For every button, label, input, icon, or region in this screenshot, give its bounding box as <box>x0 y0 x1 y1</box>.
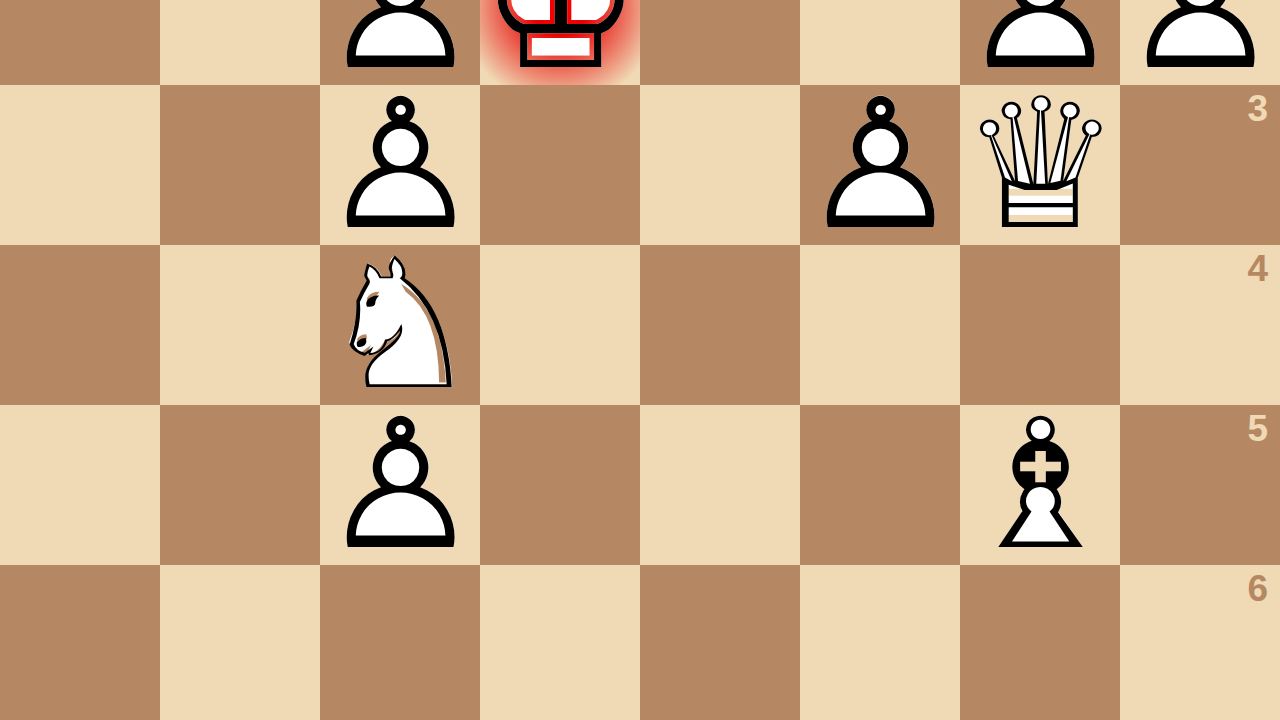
square-c4[interactable] <box>800 245 960 405</box>
square-h3[interactable] <box>0 85 160 245</box>
pawn-glyph-outline: ♙ <box>320 405 480 565</box>
square-a4[interactable]: 4 <box>1120 245 1280 405</box>
square-e2[interactable]: ♚♔ <box>480 0 640 85</box>
square-d2[interactable] <box>640 0 800 85</box>
square-g5[interactable] <box>160 405 320 565</box>
square-g4[interactable] <box>160 245 320 405</box>
rank-label-3: 3 <box>1247 89 1268 130</box>
white-pawn-f5[interactable]: ♟♙ <box>320 405 480 565</box>
square-a3[interactable]: 3 <box>1120 85 1280 245</box>
white-queen-b3[interactable]: ♛♕ <box>960 85 1120 245</box>
square-f5[interactable]: ♟♙ <box>320 405 480 565</box>
rank-label-5: 5 <box>1247 409 1268 450</box>
pawn-glyph-outline: ♙ <box>1120 0 1280 85</box>
square-g2[interactable] <box>160 0 320 85</box>
square-g6[interactable] <box>160 565 320 720</box>
rank-label-4: 4 <box>1247 249 1268 290</box>
square-c6[interactable] <box>800 565 960 720</box>
white-pawn-c3[interactable]: ♟♙ <box>800 85 960 245</box>
square-g3[interactable] <box>160 85 320 245</box>
bishop-glyph-outline: ♗ <box>960 405 1120 565</box>
chess-board-viewport: ♟♙♚♔♟♙♟♙♟♙♟♙♛♕3♞♘4♟♙♝♗56 <box>0 0 1280 720</box>
square-c3[interactable]: ♟♙ <box>800 85 960 245</box>
square-a6[interactable]: 6 <box>1120 565 1280 720</box>
square-h6[interactable] <box>0 565 160 720</box>
square-e4[interactable] <box>480 245 640 405</box>
square-h4[interactable] <box>0 245 160 405</box>
square-b6[interactable] <box>960 565 1120 720</box>
square-b3[interactable]: ♛♕ <box>960 85 1120 245</box>
square-b5[interactable]: ♝♗ <box>960 405 1120 565</box>
square-d3[interactable] <box>640 85 800 245</box>
square-d5[interactable] <box>640 405 800 565</box>
square-a5[interactable]: 5 <box>1120 405 1280 565</box>
queen-glyph-outline: ♕ <box>960 85 1120 245</box>
square-h2[interactable] <box>0 0 160 85</box>
square-c5[interactable] <box>800 405 960 565</box>
white-king-e2[interactable]: ♚♔ <box>480 0 640 85</box>
white-bishop-b5[interactable]: ♝♗ <box>960 405 1120 565</box>
pawn-glyph-outline: ♙ <box>800 85 960 245</box>
square-d6[interactable] <box>640 565 800 720</box>
square-e6[interactable] <box>480 565 640 720</box>
rank-label-6: 6 <box>1247 569 1268 610</box>
square-f6[interactable] <box>320 565 480 720</box>
square-a2[interactable]: ♟♙ <box>1120 0 1280 85</box>
square-e5[interactable] <box>480 405 640 565</box>
square-d4[interactable] <box>640 245 800 405</box>
king-glyph-outline: ♔ <box>480 0 640 85</box>
white-pawn-a2[interactable]: ♟♙ <box>1120 0 1280 85</box>
chess-board: ♟♙♚♔♟♙♟♙♟♙♟♙♛♕3♞♘4♟♙♝♗56 <box>0 0 1280 720</box>
square-e3[interactable] <box>480 85 640 245</box>
square-h5[interactable] <box>0 405 160 565</box>
